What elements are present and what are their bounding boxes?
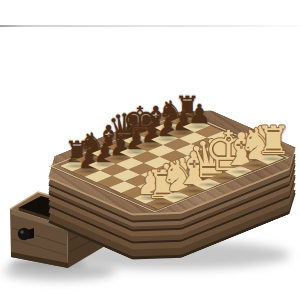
- piece-white-rook: ♜: [251, 121, 295, 160]
- drawer-knob: [18, 228, 30, 240]
- drawer-knob-highlight: [20, 230, 24, 234]
- product-photo-scene: ♜♞♝♛♚♝♞♜♟♟♟♟♟♟♟♟♟♟♟♟♟♟♟♟♜♞♝♛♚♝♞♜: [0, 0, 300, 300]
